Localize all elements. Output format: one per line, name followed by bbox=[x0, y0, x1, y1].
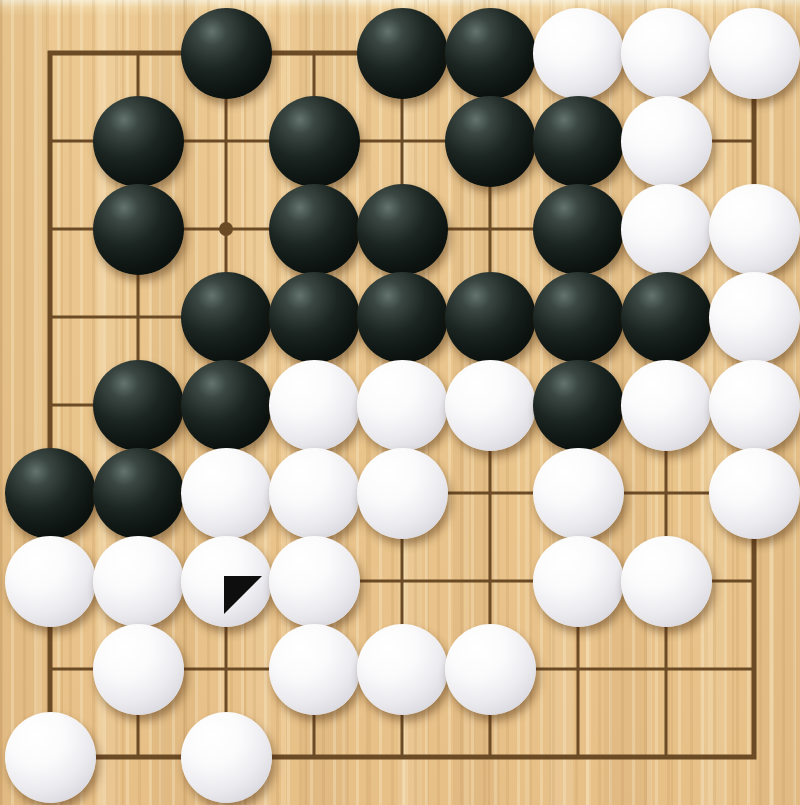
point-D2[interactable] bbox=[270, 625, 358, 713]
point-H2[interactable] bbox=[622, 625, 710, 713]
white-stone bbox=[709, 184, 800, 275]
black-stone bbox=[269, 184, 360, 275]
white-stone bbox=[533, 448, 624, 539]
point-A8[interactable] bbox=[6, 97, 94, 185]
black-stone bbox=[181, 8, 272, 99]
white-stone bbox=[709, 8, 800, 99]
point-E1[interactable] bbox=[358, 713, 446, 801]
white-stone bbox=[445, 624, 536, 715]
point-C2[interactable] bbox=[182, 625, 270, 713]
white-stone bbox=[709, 272, 800, 363]
point-D8[interactable] bbox=[270, 97, 358, 185]
black-stone bbox=[533, 272, 624, 363]
go-app-screen bbox=[0, 0, 800, 805]
point-D5[interactable] bbox=[270, 361, 358, 449]
point-D1[interactable] bbox=[270, 713, 358, 801]
black-stone bbox=[357, 184, 448, 275]
point-F7[interactable] bbox=[446, 185, 534, 273]
black-stone bbox=[533, 184, 624, 275]
point-H6[interactable] bbox=[622, 273, 710, 361]
point-F1[interactable] bbox=[446, 713, 534, 801]
point-D9[interactable] bbox=[270, 9, 358, 97]
white-stone bbox=[357, 624, 448, 715]
point-B5[interactable] bbox=[94, 361, 182, 449]
black-stone bbox=[445, 272, 536, 363]
point-B9[interactable] bbox=[94, 9, 182, 97]
point-A6[interactable] bbox=[6, 273, 94, 361]
point-H7[interactable] bbox=[622, 185, 710, 273]
white-stone bbox=[621, 536, 712, 627]
point-H3[interactable] bbox=[622, 537, 710, 625]
point-B6[interactable] bbox=[94, 273, 182, 361]
point-J5[interactable] bbox=[710, 361, 798, 449]
point-G1[interactable] bbox=[534, 713, 622, 801]
point-E7[interactable] bbox=[358, 185, 446, 273]
white-stone bbox=[181, 712, 272, 803]
point-C5[interactable] bbox=[182, 361, 270, 449]
point-D4[interactable] bbox=[270, 449, 358, 537]
black-stone bbox=[357, 272, 448, 363]
point-E5[interactable] bbox=[358, 361, 446, 449]
black-stone bbox=[93, 360, 184, 451]
point-E4[interactable] bbox=[358, 449, 446, 537]
black-stone bbox=[269, 272, 360, 363]
black-stone bbox=[181, 272, 272, 363]
point-A3[interactable] bbox=[6, 537, 94, 625]
white-stone bbox=[5, 536, 96, 627]
point-G6[interactable] bbox=[534, 273, 622, 361]
white-stone bbox=[269, 536, 360, 627]
point-A9[interactable] bbox=[6, 9, 94, 97]
point-C6[interactable] bbox=[182, 273, 270, 361]
point-C3[interactable] bbox=[182, 537, 270, 625]
point-A7[interactable] bbox=[6, 185, 94, 273]
point-F8[interactable] bbox=[446, 97, 534, 185]
white-stone bbox=[357, 360, 448, 451]
point-J6[interactable] bbox=[710, 273, 798, 361]
point-F5[interactable] bbox=[446, 361, 534, 449]
point-J2[interactable] bbox=[710, 625, 798, 713]
point-G9[interactable] bbox=[534, 9, 622, 97]
black-stone bbox=[357, 8, 448, 99]
point-B3[interactable] bbox=[94, 537, 182, 625]
point-G3[interactable] bbox=[534, 537, 622, 625]
white-stone bbox=[5, 712, 96, 803]
white-stone bbox=[709, 448, 800, 539]
black-stone bbox=[93, 96, 184, 187]
black-stone bbox=[5, 448, 96, 539]
black-stone bbox=[445, 8, 536, 99]
black-stone bbox=[181, 360, 272, 451]
point-G7[interactable] bbox=[534, 185, 622, 273]
point-G8[interactable] bbox=[534, 97, 622, 185]
black-stone bbox=[621, 272, 712, 363]
white-stone bbox=[621, 8, 712, 99]
point-B8[interactable] bbox=[94, 97, 182, 185]
point-J7[interactable] bbox=[710, 185, 798, 273]
black-stone bbox=[445, 96, 536, 187]
point-J1[interactable] bbox=[710, 713, 798, 801]
point-J8[interactable] bbox=[710, 97, 798, 185]
black-stone bbox=[533, 96, 624, 187]
point-A5[interactable] bbox=[6, 361, 94, 449]
point-E8[interactable] bbox=[358, 97, 446, 185]
point-H9[interactable] bbox=[622, 9, 710, 97]
point-H8[interactable] bbox=[622, 97, 710, 185]
point-G2[interactable] bbox=[534, 625, 622, 713]
point-F6[interactable] bbox=[446, 273, 534, 361]
white-stone bbox=[621, 184, 712, 275]
point-G5[interactable] bbox=[534, 361, 622, 449]
point-E3[interactable] bbox=[358, 537, 446, 625]
white-stone bbox=[533, 8, 624, 99]
point-C1[interactable] bbox=[182, 713, 270, 801]
white-stone bbox=[621, 360, 712, 451]
point-E2[interactable] bbox=[358, 625, 446, 713]
point-H1[interactable] bbox=[622, 713, 710, 801]
white-stone bbox=[269, 448, 360, 539]
point-D3[interactable] bbox=[270, 537, 358, 625]
point-F2[interactable] bbox=[446, 625, 534, 713]
point-F4[interactable] bbox=[446, 449, 534, 537]
point-D6[interactable] bbox=[270, 273, 358, 361]
white-stone bbox=[445, 360, 536, 451]
white-stone bbox=[621, 96, 712, 187]
white-stone bbox=[93, 536, 184, 627]
black-stone bbox=[93, 448, 184, 539]
point-D7[interactable] bbox=[270, 185, 358, 273]
point-B2[interactable] bbox=[94, 625, 182, 713]
point-J3[interactable] bbox=[710, 537, 798, 625]
point-F9[interactable] bbox=[446, 9, 534, 97]
black-stone bbox=[269, 96, 360, 187]
white-stone bbox=[709, 360, 800, 451]
point-J4[interactable] bbox=[710, 449, 798, 537]
point-A4[interactable] bbox=[6, 449, 94, 537]
point-B7[interactable] bbox=[94, 185, 182, 273]
point-B4[interactable] bbox=[94, 449, 182, 537]
point-A1[interactable] bbox=[6, 713, 94, 801]
white-stone bbox=[269, 360, 360, 451]
point-A2[interactable] bbox=[6, 625, 94, 713]
point-H5[interactable] bbox=[622, 361, 710, 449]
point-C9[interactable] bbox=[182, 9, 270, 97]
go-board bbox=[6, 9, 798, 801]
point-B1[interactable] bbox=[94, 713, 182, 801]
point-G4[interactable] bbox=[534, 449, 622, 537]
point-E9[interactable] bbox=[358, 9, 446, 97]
point-C7[interactable] bbox=[182, 185, 270, 273]
point-H4[interactable] bbox=[622, 449, 710, 537]
black-stone bbox=[93, 184, 184, 275]
point-F3[interactable] bbox=[446, 537, 534, 625]
white-stone bbox=[533, 536, 624, 627]
point-C4[interactable] bbox=[182, 449, 270, 537]
white-stone bbox=[269, 624, 360, 715]
black-stone bbox=[533, 360, 624, 451]
point-J9[interactable] bbox=[710, 9, 798, 97]
white-stone bbox=[93, 624, 184, 715]
point-C8[interactable] bbox=[182, 97, 270, 185]
white-stone bbox=[357, 448, 448, 539]
point-E6[interactable] bbox=[358, 273, 446, 361]
white-stone bbox=[181, 448, 272, 539]
